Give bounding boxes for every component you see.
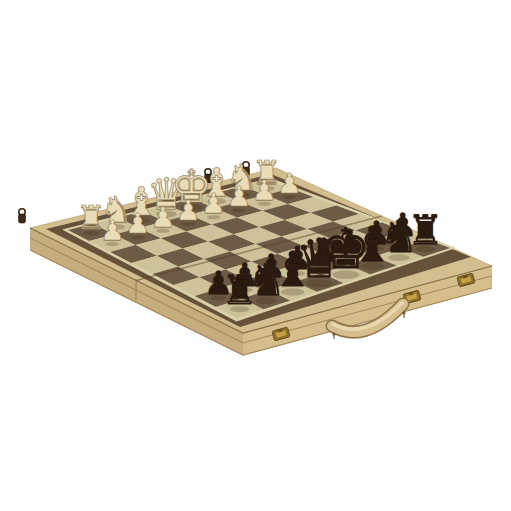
piece-white-pawn-b2[interactable]: ♟ (124, 210, 152, 238)
pieces-layer: ♜♞♝♛♚♝♞♜♟♟♟♟♟♟♟♟♟♟♟♟♟♟♟♟♜♞♝♛♚♝♞♜ (0, 0, 511, 511)
piece-white-pawn-c2[interactable]: ♟ (149, 204, 177, 232)
piece-white-pawn-h2[interactable]: ♟ (276, 170, 304, 198)
piece-white-pawn-g2[interactable]: ♟ (250, 177, 278, 205)
chess-set-product-photo: ♜♞♝♛♚♝♞♜♟♟♟♟♟♟♟♟♟♟♟♟♟♟♟♟♜♞♝♛♚♝♞♜ (0, 0, 511, 511)
piece-white-pawn-f2[interactable]: ♟ (225, 183, 253, 211)
piece-white-pawn-d2[interactable]: ♟ (174, 197, 202, 225)
piece-white-pawn-e2[interactable]: ♟ (200, 190, 228, 218)
piece-black-rook-h8[interactable]: ♜ (405, 210, 446, 251)
piece-white-pawn-a2[interactable]: ♟ (98, 217, 126, 245)
